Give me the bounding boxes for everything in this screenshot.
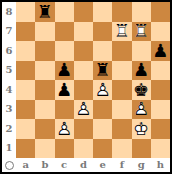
- square-c5[interactable]: ♟: [55, 61, 74, 81]
- square-d3[interactable]: ♟♙: [74, 100, 93, 120]
- file-label-a: a: [16, 158, 35, 172]
- square-b2[interactable]: [35, 119, 54, 139]
- black-pawn[interactable]: ♟: [133, 61, 149, 79]
- rank-label-2: 2: [2, 119, 16, 139]
- square-e1[interactable]: [93, 139, 112, 159]
- file-label-h: h: [151, 158, 170, 172]
- rank-label-5: 5: [2, 61, 16, 81]
- square-g8[interactable]: [132, 2, 151, 22]
- square-c2[interactable]: ♟♙: [55, 119, 74, 139]
- square-d1[interactable]: [74, 139, 93, 159]
- white-pawn[interactable]: ♟♙: [132, 100, 151, 120]
- square-d7[interactable]: [74, 22, 93, 42]
- black-rook[interactable]: ♜: [37, 3, 53, 21]
- turn-indicator-white-to-move: [2, 158, 16, 172]
- black-pawn[interactable]: ♟: [56, 81, 72, 99]
- square-e2[interactable]: [93, 119, 112, 139]
- square-e8[interactable]: [93, 2, 112, 22]
- black-pawn[interactable]: ♟: [56, 61, 72, 79]
- white-rook[interactable]: ♜♖: [112, 22, 131, 42]
- square-f7[interactable]: ♜♖: [112, 22, 131, 42]
- square-f5[interactable]: [112, 61, 131, 81]
- square-b8[interactable]: ♜: [35, 2, 54, 22]
- square-g3[interactable]: ♟♙: [132, 100, 151, 120]
- square-g5[interactable]: ♟: [132, 61, 151, 81]
- rank-label-1: 1: [2, 139, 16, 159]
- square-f3[interactable]: [112, 100, 131, 120]
- file-label-g: g: [132, 158, 151, 172]
- square-a8[interactable]: [16, 2, 35, 22]
- square-h3[interactable]: [151, 100, 170, 120]
- white-pawn-outline: ♙: [93, 80, 112, 100]
- square-a1[interactable]: [16, 139, 35, 159]
- square-c7[interactable]: [55, 22, 74, 42]
- square-d5[interactable]: [74, 61, 93, 81]
- square-d2[interactable]: [74, 119, 93, 139]
- square-a6[interactable]: [16, 41, 35, 61]
- square-b7[interactable]: [35, 22, 54, 42]
- white-rook[interactable]: ♜♖: [132, 22, 151, 42]
- white-king-outline: ♔: [132, 119, 151, 139]
- square-b4[interactable]: [35, 80, 54, 100]
- black-rook[interactable]: ♜: [95, 61, 111, 79]
- white-pawn-outline: ♙: [55, 119, 74, 139]
- white-pawn-outline: ♙: [74, 100, 93, 120]
- square-a3[interactable]: [16, 100, 35, 120]
- white-rook-outline: ♖: [132, 22, 151, 42]
- file-label-d: d: [74, 158, 93, 172]
- black-king[interactable]: ♚: [133, 81, 149, 99]
- black-pawn[interactable]: ♟: [152, 42, 168, 60]
- square-a7[interactable]: [16, 22, 35, 42]
- square-h8[interactable]: [151, 2, 170, 22]
- square-h1[interactable]: [151, 139, 170, 159]
- square-g4[interactable]: ♚: [132, 80, 151, 100]
- square-h7[interactable]: [151, 22, 170, 42]
- square-h6[interactable]: ♟: [151, 41, 170, 61]
- square-b3[interactable]: [35, 100, 54, 120]
- file-label-c: c: [55, 158, 74, 172]
- file-label-e: e: [93, 158, 112, 172]
- square-g7[interactable]: ♜♖: [132, 22, 151, 42]
- square-b1[interactable]: [35, 139, 54, 159]
- square-d4[interactable]: [74, 80, 93, 100]
- rank-label-4: 4: [2, 80, 16, 100]
- square-g6[interactable]: [132, 41, 151, 61]
- square-d6[interactable]: [74, 41, 93, 61]
- white-rook-outline: ♖: [112, 22, 131, 42]
- white-pawn-outline: ♙: [132, 100, 151, 120]
- white-pawn[interactable]: ♟♙: [55, 119, 74, 139]
- file-label-f: f: [112, 158, 131, 172]
- square-e6[interactable]: [93, 41, 112, 61]
- square-a2[interactable]: [16, 119, 35, 139]
- white-pawn[interactable]: ♟♙: [74, 100, 93, 120]
- square-h4[interactable]: [151, 80, 170, 100]
- rank-label-3: 3: [2, 100, 16, 120]
- square-b6[interactable]: [35, 41, 54, 61]
- square-e7[interactable]: [93, 22, 112, 42]
- square-e4[interactable]: ♟♙: [93, 80, 112, 100]
- square-f6[interactable]: [112, 41, 131, 61]
- square-c1[interactable]: [55, 139, 74, 159]
- square-e3[interactable]: [93, 100, 112, 120]
- square-f4[interactable]: [112, 80, 131, 100]
- rank-label-7: 7: [2, 22, 16, 42]
- square-f2[interactable]: [112, 119, 131, 139]
- square-h5[interactable]: [151, 61, 170, 81]
- square-c6[interactable]: [55, 41, 74, 61]
- rank-label-6: 6: [2, 41, 16, 61]
- square-c3[interactable]: [55, 100, 74, 120]
- square-c4[interactable]: ♟: [55, 80, 74, 100]
- chess-board: 8♜7♜♖♜♖6♟5♟♜♟4♟♟♙♚3♟♙♟♙2♟♙♚♔1abcdefgh: [2, 2, 170, 172]
- square-c8[interactable]: [55, 2, 74, 22]
- white-to-move-circle-icon: [5, 161, 14, 170]
- square-e5[interactable]: ♜: [93, 61, 112, 81]
- square-a5[interactable]: [16, 61, 35, 81]
- square-a4[interactable]: [16, 80, 35, 100]
- chess-diagram: 8♜7♜♖♜♖6♟5♟♜♟4♟♟♙♚3♟♙♟♙2♟♙♚♔1abcdefgh: [0, 0, 172, 174]
- square-f8[interactable]: [112, 2, 131, 22]
- white-pawn[interactable]: ♟♙: [93, 80, 112, 100]
- white-king[interactable]: ♚♔: [132, 119, 151, 139]
- rank-label-8: 8: [2, 2, 16, 22]
- square-g1[interactable]: [132, 139, 151, 159]
- square-f1[interactable]: [112, 139, 131, 159]
- square-g2[interactable]: ♚♔: [132, 119, 151, 139]
- file-label-b: b: [35, 158, 54, 172]
- square-b5[interactable]: [35, 61, 54, 81]
- square-h2[interactable]: [151, 119, 170, 139]
- square-d8[interactable]: [74, 2, 93, 22]
